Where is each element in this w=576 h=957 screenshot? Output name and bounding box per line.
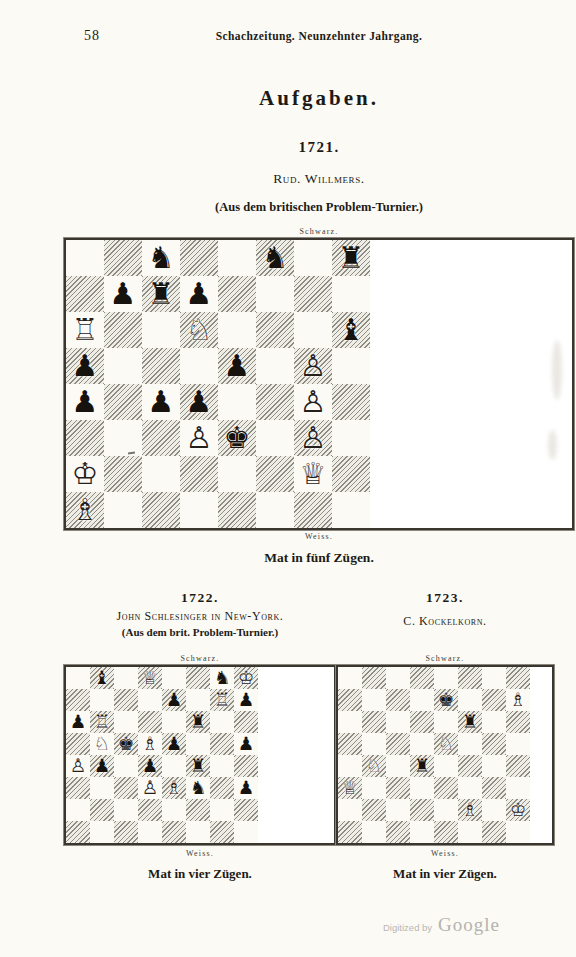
square-b5	[362, 733, 386, 755]
square-h6	[506, 711, 530, 733]
square-c2	[386, 799, 410, 821]
square-b3	[90, 777, 114, 799]
square-g4: ♙	[294, 384, 332, 420]
square-g2	[210, 799, 234, 821]
white-pawn-piece: ♙	[186, 420, 213, 456]
square-d2	[180, 456, 218, 492]
problem-header: 1723. C. Kockelkorn.	[336, 590, 554, 650]
square-g5: ♙	[294, 348, 332, 384]
white-rook-piece: ♖	[94, 711, 111, 733]
square-g1	[210, 821, 234, 843]
square-b6: ♖	[90, 711, 114, 733]
square-a3	[66, 420, 104, 456]
square-g4	[482, 755, 506, 777]
square-g7: ♖	[210, 689, 234, 711]
square-g6	[210, 711, 234, 733]
section-title: Aufgaben.	[64, 86, 574, 111]
black-pawn-piece: ♟	[72, 384, 99, 420]
white-king-piece: ♔	[72, 456, 99, 492]
square-a6: ♖	[66, 312, 104, 348]
square-g8	[294, 240, 332, 276]
square-c3	[114, 777, 138, 799]
square-c4	[114, 755, 138, 777]
white-bishop-piece: ♗	[142, 733, 159, 755]
square-a6	[338, 711, 362, 733]
square-b1	[90, 821, 114, 843]
white-knight-piece: ♘	[186, 312, 213, 348]
black-pawn-piece: ♟	[186, 276, 213, 312]
square-c4: ♟	[142, 384, 180, 420]
square-h4	[234, 755, 258, 777]
square-d7	[410, 689, 434, 711]
square-f1	[186, 821, 210, 843]
square-g3	[210, 777, 234, 799]
square-e3: ♚	[218, 420, 256, 456]
black-pawn-piece: ♟	[72, 348, 99, 384]
white-pawn-piece: ♙	[70, 755, 87, 777]
square-e3	[434, 777, 458, 799]
scan-artifact	[548, 430, 557, 460]
problem-source: (Aus dem britischen Problem-Turnier.)	[64, 200, 574, 215]
square-b5: ♘	[90, 733, 114, 755]
square-d3: ♙	[180, 420, 218, 456]
square-d2	[138, 799, 162, 821]
square-f1	[458, 821, 482, 843]
square-c6	[386, 711, 410, 733]
black-rook-piece: ♜	[414, 755, 431, 777]
square-g4	[210, 755, 234, 777]
square-e8	[218, 240, 256, 276]
scan-artifact	[552, 340, 562, 400]
square-f5	[186, 733, 210, 755]
square-c8	[386, 667, 410, 689]
white-side-label: Weiss.	[64, 849, 336, 858]
black-king-piece: ♚	[438, 689, 455, 711]
square-d4: ♟	[180, 384, 218, 420]
square-h3: ♟	[234, 777, 258, 799]
square-d1	[180, 492, 218, 528]
square-a5	[338, 733, 362, 755]
square-g7	[482, 689, 506, 711]
square-b3	[104, 420, 142, 456]
square-g3: ♙	[294, 420, 332, 456]
square-a8	[66, 240, 104, 276]
black-rook-piece: ♜	[338, 240, 365, 276]
square-b2	[362, 799, 386, 821]
square-h8: ♜	[332, 240, 370, 276]
square-d3: ♙	[138, 777, 162, 799]
square-h4	[332, 384, 370, 420]
square-d7: ♟	[180, 276, 218, 312]
square-b7: ♟	[104, 276, 142, 312]
white-rook-piece: ♖	[72, 312, 99, 348]
square-c6	[114, 711, 138, 733]
stipulation: Mat in vier Zügen.	[64, 866, 336, 882]
square-g8: ♞	[210, 667, 234, 689]
watermark-prefix: Digitized by	[383, 922, 432, 933]
square-f6: ♜	[458, 711, 482, 733]
square-b1	[104, 492, 142, 528]
black-rook-piece: ♜	[190, 755, 207, 777]
chessboard-1721: ♞♞♜♟♜♟♖♘♝♟♟♙♟♟♟♙♙♚♙♔♕♗	[64, 238, 574, 530]
black-bishop-piece: ♝	[94, 667, 111, 689]
square-a8	[338, 667, 362, 689]
square-b8: ♝	[90, 667, 114, 689]
digitized-watermark: Digitized by Google	[383, 914, 500, 936]
square-d1	[138, 821, 162, 843]
square-h4	[506, 755, 530, 777]
white-bishop-piece: ♗	[166, 777, 183, 799]
square-a2	[338, 799, 362, 821]
square-h5: ♟	[234, 733, 258, 755]
square-f1	[256, 492, 294, 528]
square-a6: ♟	[66, 711, 90, 733]
square-a1	[66, 821, 90, 843]
square-b6	[362, 711, 386, 733]
square-d4: ♜	[410, 755, 434, 777]
square-f5	[256, 348, 294, 384]
square-a5: ♟	[66, 348, 104, 384]
black-pawn-piece: ♟	[166, 689, 183, 711]
square-c2	[142, 456, 180, 492]
square-d1	[410, 821, 434, 843]
white-knight-piece: ♘	[366, 755, 383, 777]
square-e8	[162, 667, 186, 689]
white-knight-piece: ♘	[94, 733, 111, 755]
stipulation: Mat in vier Zügen.	[336, 866, 554, 882]
white-queen-piece: ♕	[300, 456, 327, 492]
black-side-label: Schwarz.	[336, 654, 554, 663]
white-king-piece: ♔	[238, 667, 255, 689]
square-a3	[66, 777, 90, 799]
square-e6	[218, 312, 256, 348]
square-c7: ♜	[142, 276, 180, 312]
square-a2	[66, 799, 90, 821]
square-e5: ♘	[434, 733, 458, 755]
problem-1723: 1723. C. Kockelkorn. Schwarz. ♚♗♜♘♘♜♕♗♔ …	[336, 590, 554, 882]
square-c8: ♞	[142, 240, 180, 276]
square-f7	[458, 689, 482, 711]
problem-1721: 1721. Rud. Willmers. (Aus dem britischen…	[64, 139, 574, 566]
square-f2: ♗	[458, 799, 482, 821]
black-pawn-piece: ♟	[110, 276, 137, 312]
square-d2	[410, 799, 434, 821]
square-h6: ♝	[332, 312, 370, 348]
white-pawn-piece: ♙	[300, 348, 327, 384]
square-c3	[142, 420, 180, 456]
problem-1722: 1722. John Schlesinger in New-York. (Aus…	[64, 590, 336, 882]
square-a1	[338, 821, 362, 843]
black-pawn-piece: ♟	[238, 777, 255, 799]
square-d8	[180, 240, 218, 276]
square-e7: ♟	[162, 689, 186, 711]
square-f3: ♞	[186, 777, 210, 799]
journal-title: Schachzeitung. Neunzehnter Jahrgang.	[64, 30, 574, 42]
square-d5	[410, 733, 434, 755]
square-a4: ♟	[66, 384, 104, 420]
square-g1	[482, 821, 506, 843]
problem-author: Rud. Willmers.	[64, 171, 574, 187]
square-b7	[90, 689, 114, 711]
problem-author: C. Kockelkorn.	[336, 614, 554, 629]
square-c6	[142, 312, 180, 348]
black-pawn-piece: ♟	[238, 733, 255, 755]
problem-number: 1723.	[336, 590, 554, 606]
chessboard-1723: ♚♗♜♘♘♜♕♗♔	[336, 665, 554, 845]
square-g1	[294, 492, 332, 528]
square-a2: ♔	[66, 456, 104, 492]
black-knight-piece: ♞	[190, 777, 207, 799]
problem-number: 1722.	[64, 590, 336, 606]
square-h1	[234, 821, 258, 843]
square-h5	[332, 348, 370, 384]
square-e6	[434, 711, 458, 733]
square-g3	[482, 777, 506, 799]
square-h3	[332, 420, 370, 456]
square-e8	[434, 667, 458, 689]
white-rook-piece: ♖	[214, 689, 231, 711]
square-f6: ♜	[186, 711, 210, 733]
square-h1	[506, 821, 530, 843]
square-f4	[458, 755, 482, 777]
square-e3: ♗	[162, 777, 186, 799]
square-h8	[506, 667, 530, 689]
square-c1	[386, 821, 410, 843]
square-b2	[104, 456, 142, 492]
white-pawn-piece: ♙	[300, 420, 327, 456]
white-side-label: Weiss.	[336, 849, 554, 858]
black-pawn-piece: ♟	[166, 733, 183, 755]
square-c2	[114, 799, 138, 821]
square-e4	[162, 755, 186, 777]
white-knight-piece: ♘	[438, 733, 455, 755]
square-b7	[362, 689, 386, 711]
square-d7	[138, 689, 162, 711]
black-bishop-piece: ♝	[338, 312, 365, 348]
square-b4	[104, 384, 142, 420]
black-rook-piece: ♜	[148, 276, 175, 312]
square-d8: ♕	[138, 667, 162, 689]
stipulation: Mat in fünf Zügen.	[64, 550, 574, 566]
square-a3: ♕	[338, 777, 362, 799]
square-a4: ♙	[66, 755, 90, 777]
square-f3	[458, 777, 482, 799]
square-h7: ♗	[506, 689, 530, 711]
square-d6	[138, 711, 162, 733]
square-d5	[180, 348, 218, 384]
square-d6	[410, 711, 434, 733]
square-h2	[234, 799, 258, 821]
square-h2: ♔	[506, 799, 530, 821]
square-e2	[218, 456, 256, 492]
square-f7	[256, 276, 294, 312]
square-b3	[362, 777, 386, 799]
square-d5: ♗	[138, 733, 162, 755]
white-side-label: Weiss.	[64, 532, 574, 541]
two-column-section: 1722. John Schlesinger in New-York. (Aus…	[64, 590, 574, 882]
black-pawn-piece: ♟	[70, 711, 87, 733]
square-b8	[104, 240, 142, 276]
black-pawn-piece: ♟	[142, 755, 159, 777]
chessboard-1722: ♝♕♞♔♟♖♟♟♖♜♘♚♗♟♟♙♟♟♜♙♗♞♟	[64, 665, 336, 845]
square-h5	[506, 733, 530, 755]
square-h7: ♟	[234, 689, 258, 711]
square-c4	[386, 755, 410, 777]
square-f3	[256, 420, 294, 456]
square-g8	[482, 667, 506, 689]
square-f2	[256, 456, 294, 492]
square-b2	[90, 799, 114, 821]
page-content: 58 Schachzeitung. Neunzehnter Jahrgang. …	[64, 0, 574, 882]
black-side-label: Schwarz.	[64, 654, 336, 663]
black-pawn-piece: ♟	[94, 755, 111, 777]
square-c8	[114, 667, 138, 689]
black-knight-piece: ♞	[148, 240, 175, 276]
black-pawn-piece: ♟	[238, 689, 255, 711]
problem-source: (Aus dem brit. Problem-Turnier.)	[64, 626, 336, 638]
square-f4	[256, 384, 294, 420]
square-f8	[186, 667, 210, 689]
google-logo: Google	[438, 914, 500, 936]
square-e5: ♟	[162, 733, 186, 755]
square-g2: ♕	[294, 456, 332, 492]
square-e6	[162, 711, 186, 733]
square-c7	[386, 689, 410, 711]
black-rook-piece: ♜	[462, 711, 479, 733]
black-knight-piece: ♞	[214, 667, 231, 689]
square-g2	[482, 799, 506, 821]
square-b4: ♟	[90, 755, 114, 777]
white-bishop-piece: ♗	[510, 689, 527, 711]
square-a7	[66, 689, 90, 711]
square-b1	[362, 821, 386, 843]
square-c5: ♚	[114, 733, 138, 755]
square-e2	[162, 799, 186, 821]
white-bishop-piece: ♗	[462, 799, 479, 821]
square-g6	[294, 312, 332, 348]
square-e7	[218, 276, 256, 312]
white-pawn-piece: ♙	[300, 384, 327, 420]
square-a7	[338, 689, 362, 711]
square-b8	[362, 667, 386, 689]
square-e2	[434, 799, 458, 821]
square-e4	[434, 755, 458, 777]
square-d8	[410, 667, 434, 689]
white-pawn-piece: ♙	[142, 777, 159, 799]
square-c3	[386, 777, 410, 799]
square-h6	[234, 711, 258, 733]
square-g5	[210, 733, 234, 755]
black-rook-piece: ♜	[190, 711, 207, 733]
square-g6	[482, 711, 506, 733]
square-g5	[482, 733, 506, 755]
problem-number: 1721.	[64, 139, 574, 156]
square-h3	[506, 777, 530, 799]
square-b5	[104, 348, 142, 384]
square-a4	[338, 755, 362, 777]
black-king-piece: ♚	[224, 420, 251, 456]
square-f7	[186, 689, 210, 711]
square-e7: ♚	[434, 689, 458, 711]
square-f5	[458, 733, 482, 755]
white-queen-piece: ♕	[342, 777, 359, 799]
square-c1	[142, 492, 180, 528]
square-e5: ♟	[218, 348, 256, 384]
black-pawn-piece: ♟	[148, 384, 175, 420]
problem-header: 1722. John Schlesinger in New-York. (Aus…	[64, 590, 336, 650]
square-f4: ♜	[186, 755, 210, 777]
square-b4: ♘	[362, 755, 386, 777]
square-a8	[66, 667, 90, 689]
square-b6	[104, 312, 142, 348]
problem-author: John Schlesinger in New-York.	[64, 609, 336, 624]
square-h8: ♔	[234, 667, 258, 689]
square-f8	[458, 667, 482, 689]
square-f2	[186, 799, 210, 821]
square-h7	[332, 276, 370, 312]
square-e1	[218, 492, 256, 528]
square-a7	[66, 276, 104, 312]
black-pawn-piece: ♟	[186, 384, 213, 420]
square-e4	[218, 384, 256, 420]
black-pawn-piece: ♟	[224, 348, 251, 384]
square-c1	[114, 821, 138, 843]
square-h1	[332, 492, 370, 528]
square-g7	[294, 276, 332, 312]
square-h2	[332, 456, 370, 492]
square-c7	[114, 689, 138, 711]
square-c5	[142, 348, 180, 384]
square-a5	[66, 733, 90, 755]
square-d6: ♘	[180, 312, 218, 348]
square-f6	[256, 312, 294, 348]
black-king-piece: ♚	[118, 733, 135, 755]
square-d4: ♟	[138, 755, 162, 777]
square-d3	[410, 777, 434, 799]
square-e1	[434, 821, 458, 843]
square-e1	[162, 821, 186, 843]
black-knight-piece: ♞	[262, 240, 289, 276]
page-header: 58 Schachzeitung. Neunzehnter Jahrgang.	[64, 0, 574, 46]
black-side-label: Schwarz.	[64, 227, 574, 236]
square-c5	[386, 733, 410, 755]
square-f8: ♞	[256, 240, 294, 276]
white-queen-piece: ♕	[142, 667, 159, 689]
white-king-piece: ♔	[510, 799, 527, 821]
white-bishop-piece: ♗	[72, 492, 99, 528]
square-a1: ♗	[66, 492, 104, 528]
